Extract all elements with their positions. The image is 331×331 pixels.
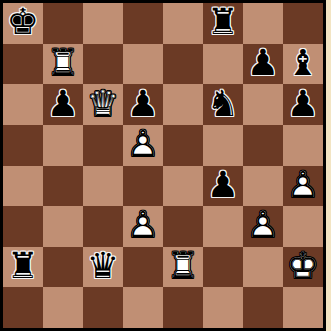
white-rook-b7[interactable]: ♜♖ — [43, 44, 83, 85]
white-piece-outline: ♙ — [123, 124, 163, 165]
square-b5[interactable] — [43, 125, 83, 166]
square-h6[interactable]: ♟ — [283, 84, 323, 125]
square-h3[interactable] — [283, 206, 323, 247]
square-a5[interactable] — [3, 125, 43, 166]
square-e4[interactable] — [163, 166, 203, 207]
square-c2[interactable]: ♛ — [83, 247, 123, 288]
square-a7[interactable] — [3, 44, 43, 85]
square-f3[interactable] — [203, 206, 243, 247]
square-b8[interactable] — [43, 3, 83, 44]
square-b1[interactable] — [43, 287, 83, 328]
white-pawn-g3[interactable]: ♟♙ — [243, 206, 283, 247]
black-king-a8[interactable]: ♚ — [3, 3, 43, 44]
black-piece-glyph: ♝ — [283, 43, 323, 84]
square-f1[interactable] — [203, 287, 243, 328]
black-piece-glyph: ♟ — [243, 43, 283, 84]
square-h1[interactable] — [283, 287, 323, 328]
square-c3[interactable] — [83, 206, 123, 247]
white-rook-e2[interactable]: ♜♖ — [163, 247, 203, 288]
black-pawn-h6[interactable]: ♟ — [283, 84, 323, 125]
black-queen-c2[interactable]: ♛ — [83, 247, 123, 288]
black-piece-glyph: ♞ — [203, 83, 243, 124]
square-f4[interactable]: ♟ — [203, 166, 243, 207]
black-pawn-d6[interactable]: ♟ — [123, 84, 163, 125]
black-piece-glyph: ♚ — [3, 2, 43, 43]
square-h7[interactable]: ♝ — [283, 44, 323, 85]
square-a8[interactable]: ♚ — [3, 3, 43, 44]
square-c7[interactable] — [83, 44, 123, 85]
square-d4[interactable] — [123, 166, 163, 207]
black-pawn-b6[interactable]: ♟ — [43, 84, 83, 125]
white-piece-outline: ♙ — [283, 165, 323, 206]
square-b2[interactable] — [43, 247, 83, 288]
white-pawn-d3[interactable]: ♟♙ — [123, 206, 163, 247]
square-b7[interactable]: ♜♖ — [43, 44, 83, 85]
black-piece-glyph: ♟ — [283, 83, 323, 124]
square-e5[interactable] — [163, 125, 203, 166]
black-bishop-h7[interactable]: ♝ — [283, 44, 323, 85]
black-piece-glyph: ♟ — [203, 165, 243, 206]
square-h4[interactable]: ♟♙ — [283, 166, 323, 207]
square-f6[interactable]: ♞ — [203, 84, 243, 125]
square-e6[interactable] — [163, 84, 203, 125]
square-a1[interactable] — [3, 287, 43, 328]
square-e2[interactable]: ♜♖ — [163, 247, 203, 288]
square-g2[interactable] — [243, 247, 283, 288]
white-king-h2[interactable]: ♚♔ — [283, 247, 323, 288]
square-d8[interactable] — [123, 3, 163, 44]
square-g1[interactable] — [243, 287, 283, 328]
board-grid: ♚♜♜♖♟♝♟♛♕♟♞♟♟♙♟♟♙♟♙♟♙♜♛♜♖♚♔ — [3, 3, 323, 328]
square-f7[interactable] — [203, 44, 243, 85]
square-d1[interactable] — [123, 287, 163, 328]
white-piece-outline: ♖ — [43, 43, 83, 84]
square-c5[interactable] — [83, 125, 123, 166]
black-knight-f6[interactable]: ♞ — [203, 84, 243, 125]
square-d3[interactable]: ♟♙ — [123, 206, 163, 247]
black-piece-glyph: ♜ — [203, 2, 243, 43]
black-rook-a2[interactable]: ♜ — [3, 247, 43, 288]
square-c4[interactable] — [83, 166, 123, 207]
black-piece-glyph: ♛ — [83, 246, 123, 287]
square-b6[interactable]: ♟ — [43, 84, 83, 125]
square-c8[interactable] — [83, 3, 123, 44]
square-d7[interactable] — [123, 44, 163, 85]
square-h2[interactable]: ♚♔ — [283, 247, 323, 288]
black-piece-glyph: ♜ — [3, 246, 43, 287]
black-piece-glyph: ♟ — [43, 83, 83, 124]
square-b3[interactable] — [43, 206, 83, 247]
white-piece-outline: ♙ — [123, 205, 163, 246]
square-a2[interactable]: ♜ — [3, 247, 43, 288]
square-g8[interactable] — [243, 3, 283, 44]
square-g7[interactable]: ♟ — [243, 44, 283, 85]
white-piece-outline: ♕ — [83, 83, 123, 124]
square-b4[interactable] — [43, 166, 83, 207]
black-piece-glyph: ♟ — [123, 83, 163, 124]
square-e8[interactable] — [163, 3, 203, 44]
black-pawn-f4[interactable]: ♟ — [203, 166, 243, 207]
square-g6[interactable] — [243, 84, 283, 125]
square-c6[interactable]: ♛♕ — [83, 84, 123, 125]
square-c1[interactable] — [83, 287, 123, 328]
square-f5[interactable] — [203, 125, 243, 166]
square-h5[interactable] — [283, 125, 323, 166]
black-rook-f8[interactable]: ♜ — [203, 3, 243, 44]
square-e1[interactable] — [163, 287, 203, 328]
white-pawn-d5[interactable]: ♟♙ — [123, 125, 163, 166]
square-a3[interactable] — [3, 206, 43, 247]
square-d6[interactable]: ♟ — [123, 84, 163, 125]
square-d2[interactable] — [123, 247, 163, 288]
square-e7[interactable] — [163, 44, 203, 85]
square-f2[interactable] — [203, 247, 243, 288]
square-e3[interactable] — [163, 206, 203, 247]
white-piece-outline: ♖ — [163, 246, 203, 287]
white-pawn-h4[interactable]: ♟♙ — [283, 166, 323, 207]
white-queen-c6[interactable]: ♛♕ — [83, 84, 123, 125]
chess-board: ♚♜♜♖♟♝♟♛♕♟♞♟♟♙♟♟♙♟♙♟♙♜♛♜♖♚♔ — [0, 0, 326, 331]
square-d5[interactable]: ♟♙ — [123, 125, 163, 166]
square-h8[interactable] — [283, 3, 323, 44]
black-pawn-g7[interactable]: ♟ — [243, 44, 283, 85]
white-piece-outline: ♔ — [283, 246, 323, 287]
square-a6[interactable] — [3, 84, 43, 125]
square-a4[interactable] — [3, 166, 43, 207]
square-g4[interactable] — [243, 166, 283, 207]
page-edge — [326, 0, 331, 331]
square-g5[interactable] — [243, 125, 283, 166]
square-f8[interactable]: ♜ — [203, 3, 243, 44]
white-piece-outline: ♙ — [243, 205, 283, 246]
square-g3[interactable]: ♟♙ — [243, 206, 283, 247]
